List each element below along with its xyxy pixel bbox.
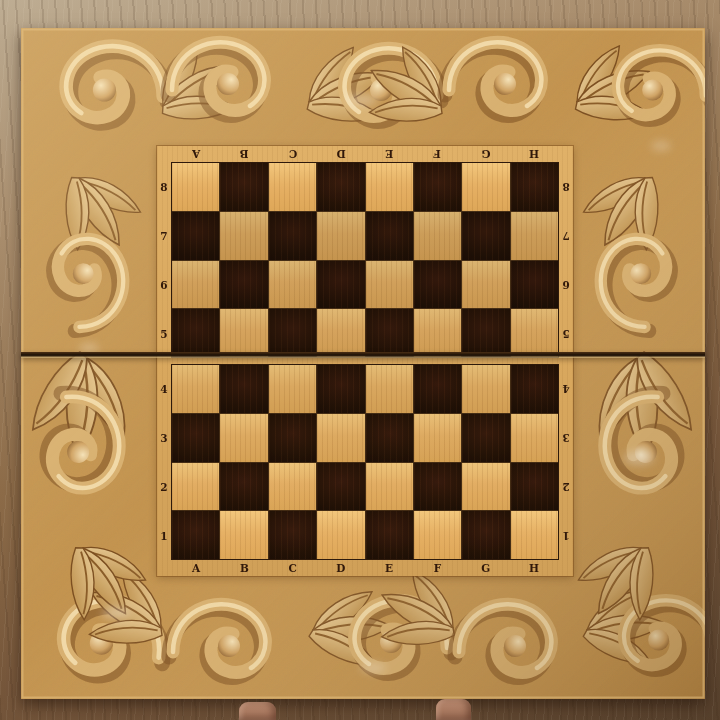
file-label-f: F (413, 562, 461, 574)
file-label-b: B (220, 562, 268, 574)
square-a8[interactable] (172, 163, 219, 211)
square-f6[interactable] (414, 261, 461, 309)
rank-label-2: 2 (559, 481, 573, 493)
square-f7[interactable] (414, 212, 461, 260)
square-g6[interactable] (462, 261, 509, 309)
rank-label-6: 6 (157, 279, 171, 291)
square-d6[interactable] (317, 261, 364, 309)
file-label-b: B (220, 148, 268, 160)
squares-top-half (171, 162, 559, 358)
square-g8[interactable] (462, 163, 509, 211)
square-a6[interactable] (172, 261, 219, 309)
rank-label-5: 5 (157, 328, 171, 340)
square-d7[interactable] (317, 212, 364, 260)
square-f8[interactable] (414, 163, 461, 211)
file-label-d: D (317, 148, 365, 160)
square-d8[interactable] (317, 163, 364, 211)
square-d4[interactable] (317, 365, 364, 413)
file-labels-bottom: ABCDEFGH (157, 560, 573, 576)
square-f4[interactable] (414, 365, 461, 413)
file-label-a: A (172, 148, 220, 160)
board-bottom-half: 4321 4321 (157, 364, 573, 560)
square-a1[interactable] (172, 511, 219, 559)
square-g1[interactable] (462, 511, 509, 559)
square-a5[interactable] (172, 309, 219, 357)
square-b8[interactable] (220, 163, 267, 211)
square-e7[interactable] (366, 212, 413, 260)
squares-bottom-half (171, 364, 559, 560)
square-h6[interactable] (511, 261, 558, 309)
rank-label-5: 5 (559, 328, 573, 340)
rank-label-1: 1 (559, 530, 573, 542)
square-h5[interactable] (511, 309, 558, 357)
file-label-g: G (462, 562, 510, 574)
square-g2[interactable] (462, 463, 509, 511)
square-h4[interactable] (511, 365, 558, 413)
square-c1[interactable] (269, 511, 316, 559)
square-c4[interactable] (269, 365, 316, 413)
square-b5[interactable] (220, 309, 267, 357)
square-e5[interactable] (366, 309, 413, 357)
rank-label-3: 3 (559, 432, 573, 444)
square-f2[interactable] (414, 463, 461, 511)
square-g5[interactable] (462, 309, 509, 357)
rank-labels-top-right: 8765 (559, 162, 573, 358)
file-label-h: H (510, 562, 558, 574)
file-label-a: A (172, 562, 220, 574)
photo-scene: ABCDEFGH 8765 8765 4321 4321 ABCDEFGH (0, 0, 720, 720)
square-c7[interactable] (269, 212, 316, 260)
chessboard-panel: ABCDEFGH 8765 8765 4321 4321 ABCDEFGH (157, 146, 573, 576)
file-label-e: E (365, 148, 413, 160)
square-b3[interactable] (220, 414, 267, 462)
square-h2[interactable] (511, 463, 558, 511)
square-c6[interactable] (269, 261, 316, 309)
file-label-f: F (413, 148, 461, 160)
hinge-seam (21, 352, 705, 358)
square-h3[interactable] (511, 414, 558, 462)
square-d1[interactable] (317, 511, 364, 559)
foot-left (239, 702, 276, 720)
square-g7[interactable] (462, 212, 509, 260)
file-label-c: C (269, 148, 317, 160)
rank-label-4: 4 (559, 383, 573, 395)
square-b4[interactable] (220, 365, 267, 413)
square-c2[interactable] (269, 463, 316, 511)
square-h8[interactable] (511, 163, 558, 211)
file-label-e: E (365, 562, 413, 574)
square-e4[interactable] (366, 365, 413, 413)
square-b6[interactable] (220, 261, 267, 309)
file-labels-top: ABCDEFGH (157, 146, 573, 162)
square-b7[interactable] (220, 212, 267, 260)
square-f3[interactable] (414, 414, 461, 462)
file-label-g: G (462, 148, 510, 160)
square-c3[interactable] (269, 414, 316, 462)
square-e8[interactable] (366, 163, 413, 211)
board-top-half: 8765 8765 (157, 162, 573, 358)
square-a2[interactable] (172, 463, 219, 511)
file-label-h: H (510, 148, 558, 160)
square-e2[interactable] (366, 463, 413, 511)
file-label-c: C (269, 562, 317, 574)
rank-label-6: 6 (559, 279, 573, 291)
square-g3[interactable] (462, 414, 509, 462)
square-c8[interactable] (269, 163, 316, 211)
square-g4[interactable] (462, 365, 509, 413)
square-b1[interactable] (220, 511, 267, 559)
file-label-d: D (317, 562, 365, 574)
rank-labels-bottom-left: 4321 (157, 364, 171, 560)
square-a3[interactable] (172, 414, 219, 462)
square-d3[interactable] (317, 414, 364, 462)
square-f5[interactable] (414, 309, 461, 357)
rank-label-2: 2 (157, 481, 171, 493)
square-c5[interactable] (269, 309, 316, 357)
square-h7[interactable] (511, 212, 558, 260)
square-e3[interactable] (366, 414, 413, 462)
rank-label-8: 8 (157, 181, 171, 193)
rank-labels-bottom-right: 4321 (559, 364, 573, 560)
square-e1[interactable] (366, 511, 413, 559)
square-d2[interactable] (317, 463, 364, 511)
square-f1[interactable] (414, 511, 461, 559)
square-e6[interactable] (366, 261, 413, 309)
square-d5[interactable] (317, 309, 364, 357)
rank-labels-top-left: 8765 (157, 162, 171, 358)
foot-right (436, 699, 471, 720)
square-a7[interactable] (172, 212, 219, 260)
rank-label-3: 3 (157, 432, 171, 444)
rank-label-7: 7 (157, 230, 171, 242)
square-b2[interactable] (220, 463, 267, 511)
square-a4[interactable] (172, 365, 219, 413)
rank-label-7: 7 (559, 230, 573, 242)
rank-label-4: 4 (157, 383, 171, 395)
square-h1[interactable] (511, 511, 558, 559)
rank-label-1: 1 (157, 530, 171, 542)
rank-label-8: 8 (559, 181, 573, 193)
